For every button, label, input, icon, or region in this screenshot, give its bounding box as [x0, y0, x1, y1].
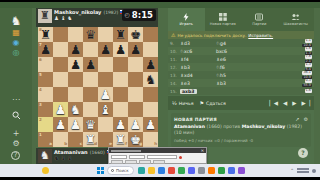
resign-button[interactable]: ⚑ Сдаться [199, 100, 225, 106]
tab-play[interactable]: Играть [168, 8, 205, 31]
file-label: e [109, 142, 112, 146]
move-row: 12.♗b3♘f61.35.4 [168, 63, 314, 71]
square-f2[interactable]: ♟ [113, 117, 128, 132]
black-pawn: ♟ [83, 57, 98, 72]
square-c2[interactable]: ♟ [68, 117, 83, 132]
taskbar-app-icon[interactable] [228, 167, 235, 174]
move-row: 13.♗xd4♘h536.110.9 [168, 71, 314, 79]
square-d5[interactable] [83, 72, 98, 87]
popup-dropdown[interactable] [129, 155, 145, 159]
black-move[interactable]: ♗e6 [216, 57, 252, 62]
clock-icon: ◴ [125, 12, 130, 18]
top-player-avatar[interactable]: ♜ [38, 9, 52, 23]
white-move[interactable]: ♗b3 [180, 65, 216, 70]
white-king: ♚ [128, 132, 143, 147]
square-e5[interactable] [98, 72, 113, 87]
taskbar-app-icon[interactable] [208, 167, 215, 174]
right-panel: Играть Новая партия Партии Шахматисты ⚠ … [168, 8, 314, 164]
black-rook: ♜ [113, 27, 128, 42]
rank-label: 6 [39, 58, 42, 62]
utility-popup-window: ✕ [108, 147, 207, 164]
square-e8[interactable] [98, 27, 113, 42]
move-row: 9.♗d3♘g41.110.4 [168, 39, 314, 47]
chess-app-window: ♞ ▦ ◉ ◎ ⋯ + ⚙ ? ♜ Mashkov_nikolay (1982) [0, 2, 320, 164]
square-b6[interactable] [53, 57, 68, 72]
matchup-line: Atamanivan (1660) против Mashkov_nikolay… [174, 124, 308, 136]
square-b3[interactable]: ♟ [53, 102, 68, 117]
white-bishop: ♝ [98, 102, 113, 117]
app-logo-icon[interactable]: ♞ [0, 15, 32, 27]
square-a4[interactable]: 4 [38, 87, 53, 102]
white-pawn: ♟ [53, 117, 68, 132]
file-label: h [154, 142, 157, 146]
white-move[interactable]: ♗e3 [180, 81, 216, 86]
square-e7[interactable]: ♟ [98, 42, 113, 57]
white-pawn: ♟ [68, 117, 83, 132]
black-move[interactable]: ♘g4 [216, 41, 252, 46]
taskbar-app-icon[interactable] [218, 167, 225, 174]
tab-games[interactable]: Партии [241, 8, 278, 31]
square-d2[interactable]: ♛ [83, 117, 98, 132]
move-row: 11.♗f4♗e67.62.1 [168, 55, 314, 63]
square-a5[interactable]: 5 [38, 72, 53, 87]
square-f6[interactable] [113, 57, 128, 72]
white-move[interactable]: ♘xc6 [180, 49, 216, 54]
square-d6[interactable]: ♟ [83, 57, 98, 72]
gear-icon[interactable]: ⚙ [304, 116, 308, 122]
move-number: 11. [170, 57, 180, 62]
square-f4[interactable] [113, 87, 128, 102]
screen: ♞ ▦ ◉ ◎ ⋯ + ⚙ ? ♜ Mashkov_nikolay (1982) [0, 0, 320, 180]
square-c3[interactable]: ♞ [68, 102, 83, 117]
move-number: 15. [170, 89, 180, 94]
square-c5[interactable] [68, 72, 83, 87]
white-player-link[interactable]: Atamanivan [174, 124, 205, 129]
square-h1[interactable]: h [143, 132, 158, 147]
square-h3[interactable] [143, 102, 158, 117]
chess-board[interactable]: 8♜♛♜♚7♟♟♟♟♟6♟♟♟5♞4♟3♟♞♝2♟♟♛♟♟♟1abcd♜ef♜g… [38, 27, 158, 147]
taskbar-app-icon[interactable] [158, 167, 165, 174]
square-g4[interactable] [128, 87, 143, 102]
move-row: 15.axb31.6 [168, 87, 314, 95]
taskbar-app-icon[interactable] [188, 167, 195, 174]
move-list: 9.♗d3♘g41.110.410.♘xc6bxc61.61.311.♗f4♗e… [168, 39, 314, 96]
square-a8[interactable]: 8♜ [38, 27, 53, 42]
board-connection-warning: ⚠ Не удалось подключить доску. Исправить… [168, 31, 314, 39]
black-knight: ♞ [143, 72, 158, 87]
left-rail: ♞ ▦ ◉ ◎ ⋯ + ⚙ ? [0, 8, 32, 164]
white-move-time: 7.6 [305, 55, 312, 59]
top-clock-time: 8:15 [132, 10, 153, 20]
add-icon[interactable]: + [0, 130, 32, 138]
popup-dropdown[interactable] [111, 155, 127, 159]
white-pawn: ♟ [98, 87, 113, 102]
white-move[interactable]: ♗d3 [180, 41, 216, 46]
square-b2[interactable]: ♟ [53, 117, 68, 132]
search-icon [111, 169, 114, 172]
move-number: 12. [170, 65, 180, 70]
square-a2[interactable]: 2 [38, 117, 53, 132]
move-times: 0.355.9 [302, 79, 312, 87]
score-stats: побед +0 / ничьих =0 / поражений -0 [174, 138, 308, 143]
bolt-icon [182, 13, 190, 21]
close-icon[interactable]: ✕ [201, 149, 204, 153]
taskbar-app-icon[interactable] [168, 167, 175, 174]
rank-label: 1 [39, 133, 42, 137]
taskbar-apps [138, 167, 245, 174]
widgets-weather-icon[interactable] [42, 167, 49, 174]
captured-pieces-top: ♟ ♝ ♞ [54, 15, 122, 21]
square-b4[interactable] [53, 87, 68, 102]
bottom-player-rating: (1660) [90, 150, 105, 155]
search-icon[interactable] [0, 107, 32, 123]
tab-games-label: Партии [252, 22, 266, 26]
tab-play-label: Играть [180, 22, 193, 26]
rank-label: 5 [39, 73, 42, 77]
system-tray: ⌃ [290, 168, 316, 173]
move-times: 1.6 [305, 89, 312, 93]
play-icon[interactable]: ▦ [0, 29, 32, 37]
start-button[interactable] [97, 167, 104, 174]
tray-chevron-icon[interactable]: ⌃ [290, 168, 294, 173]
learn-icon[interactable]: ◎ [0, 49, 32, 57]
square-g3[interactable] [128, 102, 143, 117]
square-e3[interactable]: ♝ [98, 102, 113, 117]
taskbar-app-icon[interactable] [238, 167, 245, 174]
white-knight: ♞ [68, 102, 83, 117]
warning-icon: ⚠ [171, 33, 175, 38]
white-move-time: 1.6 [305, 47, 312, 51]
new-game-header: НОВАЯ ПАРТИЯ [174, 117, 217, 122]
white-move-time: 36.1 [302, 71, 312, 75]
tab-new-game-label: Новая партия [210, 22, 236, 26]
square-d4[interactable] [83, 87, 98, 102]
square-a7[interactable]: 7♟ [38, 42, 53, 57]
top-player-bar: ♜ Mashkov_nikolay (1982) ♟ ♝ ♞ ◴ 8:15 [36, 8, 158, 27]
square-h4[interactable] [143, 87, 158, 102]
nav-first-button[interactable]: ▏◀ [270, 100, 278, 106]
black-move[interactable]: bxc6 [216, 49, 252, 54]
warning-fix-link[interactable]: Исправить. [248, 33, 273, 38]
square-f8[interactable]: ♜ [113, 27, 128, 42]
people-icon [291, 13, 300, 21]
top-player-clock: ◴ 8:15 [122, 9, 156, 21]
square-h7[interactable] [143, 42, 158, 57]
letterbox [0, 177, 320, 180]
square-g7[interactable]: ♟ [128, 42, 143, 57]
white-move[interactable]: ♗f4 [180, 57, 216, 62]
square-g5[interactable] [128, 72, 143, 87]
top-player-meta: Mashkov_nikolay (1982) ♟ ♝ ♞ [54, 9, 122, 21]
warning-text: Не удалось подключить доску. [177, 33, 246, 38]
white-move-time: 0.3 [305, 79, 312, 83]
black-king: ♚ [128, 27, 143, 42]
black-pawn: ♟ [128, 42, 143, 57]
black-move-time: 55.9 [302, 84, 312, 88]
square-f3[interactable] [113, 102, 128, 117]
square-f1[interactable]: f♜ [113, 132, 128, 147]
taskbar-search[interactable]: Поиск [107, 166, 134, 175]
square-d1[interactable]: d♜ [83, 132, 98, 147]
move-number: 10. [170, 49, 180, 54]
white-pawn: ♟ [113, 117, 128, 132]
popup-title-text [111, 150, 141, 152]
more-icon[interactable]: ⋯ [0, 96, 32, 104]
game-controls-bar: ½ Ничья ⚑ Сдаться ▏◀ ◀ ▶ ▶▕ [168, 96, 314, 110]
square-b7[interactable] [53, 42, 68, 57]
white-pawn: ♟ [128, 117, 143, 132]
white-move-time: 1.1 [305, 39, 312, 43]
tab-players-label: Шахматисты [284, 22, 308, 26]
rank-label: 4 [39, 88, 42, 92]
black-pawn: ♟ [98, 42, 113, 57]
black-move[interactable]: ♗b3 [216, 81, 252, 86]
square-e1[interactable]: e [98, 132, 113, 147]
square-e6[interactable] [98, 57, 113, 72]
taskbar-app-icon[interactable] [148, 167, 155, 174]
file-label: a [49, 142, 52, 146]
square-e4[interactable]: ♟ [98, 87, 113, 102]
square-c1[interactable]: c [68, 132, 83, 147]
tab-players[interactable]: Шахматисты [278, 8, 315, 31]
square-d7[interactable] [83, 42, 98, 57]
white-move-time: 1.6 [305, 89, 312, 93]
taskbar-app-icon[interactable] [198, 167, 205, 174]
square-g6[interactable] [128, 57, 143, 72]
square-g8[interactable]: ♚ [128, 27, 143, 42]
new-game-info-box: НОВАЯ ПАРТИЯ ↗ ⚙ Atamanivan (1660) проти… [171, 113, 311, 147]
square-c4[interactable] [68, 87, 83, 102]
black-pawn: ♟ [143, 57, 158, 72]
square-b1[interactable]: b [53, 132, 68, 147]
popup-input[interactable] [147, 155, 177, 159]
square-a1[interactable]: 1a [38, 132, 53, 147]
move-row: 14.♗e3♗b30.355.9 [168, 79, 314, 87]
black-pawn: ♟ [68, 57, 83, 72]
grid-icon [219, 13, 227, 21]
black-move[interactable]: ♘f6 [216, 65, 252, 70]
square-h6[interactable]: ♟ [143, 57, 158, 72]
panel-tab-bar: Играть Новая партия Партии Шахматисты [168, 8, 314, 31]
search-placeholder: Поиск [116, 168, 129, 173]
nav-next-button[interactable]: ▶ [292, 100, 296, 106]
nav-prev-button[interactable]: ◀ [283, 100, 287, 106]
black-player-link[interactable]: Mashkov_nikolay [242, 124, 286, 129]
top-player-rating: (1982) [103, 10, 118, 15]
taskbar-app-icon[interactable] [138, 167, 145, 174]
bottom-player-avatar[interactable]: ♞ [38, 149, 52, 163]
notification-bell-icon[interactable] [312, 169, 316, 173]
square-a3[interactable]: 3 [38, 102, 53, 117]
taskbar: Поиск ⌃ [0, 164, 320, 177]
black-pawn: ♟ [68, 42, 83, 57]
white-pawn: ♟ [53, 102, 68, 117]
square-g1[interactable]: g♚ [128, 132, 143, 147]
taskbar-app-icon[interactable] [178, 167, 185, 174]
white-queen: ♛ [83, 117, 98, 132]
half-point-icon: ½ [172, 100, 177, 106]
square-c7[interactable]: ♟ [68, 42, 83, 57]
help-icon[interactable]: ? [11, 151, 20, 160]
square-h8[interactable] [143, 27, 158, 42]
square-d3[interactable] [83, 102, 98, 117]
square-c6[interactable]: ♟ [68, 57, 83, 72]
square-h2[interactable]: ♟ [143, 117, 158, 132]
square-b8[interactable] [53, 27, 68, 42]
move-row: 10.♘xc6bxc61.61.3 [168, 47, 314, 55]
puzzles-icon[interactable]: ◉ [0, 39, 32, 47]
black-rook: ♜ [38, 27, 53, 42]
move-number: 14. [170, 81, 180, 86]
settings-gear-icon[interactable]: ⚙ [0, 140, 32, 148]
file-label: b [64, 142, 67, 146]
move-number: 9. [170, 41, 180, 46]
square-a6[interactable]: 6 [38, 57, 53, 72]
square-e2[interactable] [98, 117, 113, 132]
move-number: 13. [170, 73, 180, 78]
nav-last-button[interactable]: ▶▕ [302, 100, 310, 106]
square-c8[interactable] [68, 27, 83, 42]
black-pawn: ♟ [113, 42, 128, 57]
rank-label: 2 [39, 118, 42, 122]
tab-new-game[interactable]: Новая партия [205, 8, 242, 31]
move-navigation: ▏◀ ◀ ▶ ▶▕ [270, 100, 310, 106]
white-move[interactable]: ♗xd4 [180, 73, 216, 78]
square-b5[interactable] [53, 72, 68, 87]
white-pawn: ♟ [143, 117, 158, 132]
record-dot-icon [179, 156, 182, 159]
rank-label: 3 [39, 103, 42, 107]
support-bubble[interactable]: ? [298, 148, 308, 158]
black-queen: ♛ [83, 27, 98, 42]
square-g2[interactable]: ♟ [128, 117, 143, 132]
share-icon[interactable]: ↗ [295, 116, 299, 122]
flag-icon: ⚑ [199, 100, 203, 106]
list-icon [255, 13, 263, 21]
square-f7[interactable]: ♟ [113, 42, 128, 57]
square-d8[interactable]: ♛ [83, 27, 98, 42]
white-move-time: 1.3 [305, 63, 312, 67]
draw-button[interactable]: ½ Ничья [172, 100, 193, 106]
white-rook: ♜ [113, 132, 128, 147]
square-h5[interactable]: ♞ [143, 72, 158, 87]
white-rook: ♜ [83, 132, 98, 147]
tray-clock[interactable] [297, 168, 309, 173]
black-move[interactable]: ♘h5 [216, 73, 252, 78]
file-label: c [80, 142, 82, 146]
white-move[interactable]: axb3 [180, 89, 216, 94]
black-pawn: ♟ [38, 42, 53, 57]
square-f5[interactable] [113, 72, 128, 87]
